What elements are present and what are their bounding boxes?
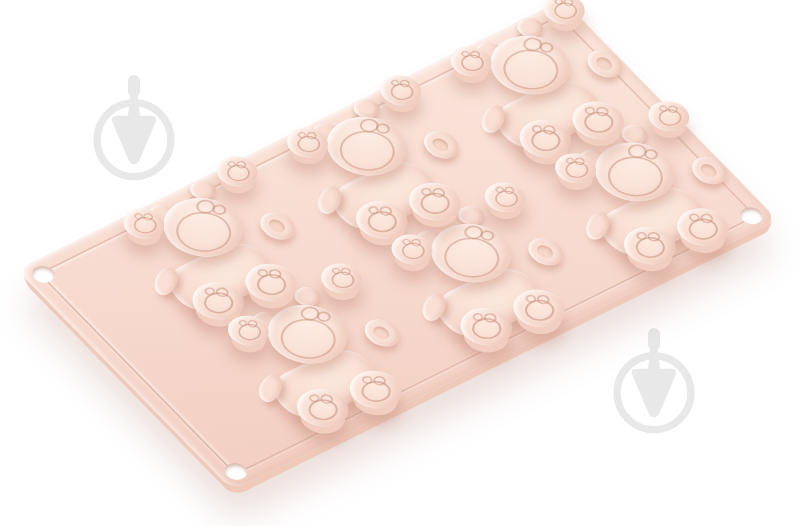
bear-right-hand-paw: [536, 0, 593, 30]
paw-print: [129, 214, 161, 237]
paw-print: [519, 296, 560, 325]
bear-right-arm: [580, 45, 629, 82]
paw-print: [198, 288, 239, 317]
paw-print: [386, 80, 418, 103]
bear-right-arm: [417, 126, 466, 163]
paw-print: [630, 233, 671, 262]
paw-print: [491, 187, 523, 210]
paw-print: [683, 215, 724, 244]
paw-print: [251, 270, 292, 299]
bear-right-arm: [358, 315, 407, 352]
product-photo: [0, 0, 799, 526]
bear-right-hand-paw: [372, 70, 429, 111]
paw-print: [550, 0, 582, 22]
paw-print: [457, 51, 489, 74]
paw-print: [234, 321, 266, 344]
paw-print: [327, 268, 359, 291]
paw-print: [356, 377, 397, 406]
trowel-watermark-icon: [606, 317, 702, 437]
paw-print: [561, 158, 593, 181]
paw-print: [466, 314, 507, 343]
bear-right-hand-paw: [209, 151, 266, 192]
trowel-watermark-icon: [86, 64, 182, 184]
paw-print: [397, 240, 429, 263]
paw-print: [303, 395, 344, 424]
paw-print: [362, 207, 403, 236]
paw-print: [654, 106, 686, 129]
paw-print: [415, 189, 456, 218]
paw-print: [578, 108, 619, 137]
bear-right-arm: [521, 233, 570, 270]
paw-print: [223, 162, 255, 185]
bear-right-arm: [685, 152, 734, 189]
paw-print: [525, 126, 566, 155]
bear-right-arm: [253, 208, 302, 245]
paw-print: [293, 133, 325, 156]
